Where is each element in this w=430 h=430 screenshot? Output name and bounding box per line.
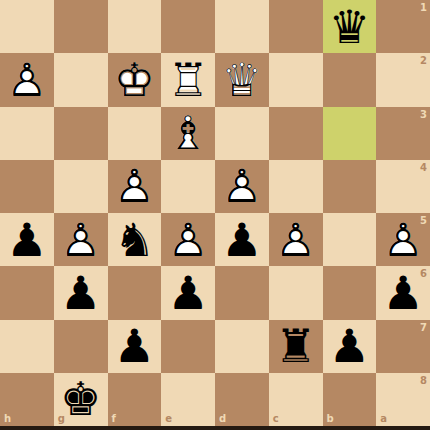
square-h2[interactable]: ♟♙ (0, 53, 54, 106)
rank-label-8: 8 (420, 375, 427, 386)
square-a6[interactable]: ♟6 (376, 266, 430, 319)
square-d6[interactable] (215, 266, 269, 319)
square-f5[interactable]: ♞ (108, 213, 162, 266)
square-e1[interactable] (161, 0, 215, 53)
black-king[interactable]: ♚ (54, 373, 108, 426)
square-g5[interactable]: ♟♙ (54, 213, 108, 266)
rank-label-7: 7 (420, 322, 427, 333)
square-f6[interactable] (108, 266, 162, 319)
black-pawn[interactable]: ♟ (54, 266, 108, 319)
white-king[interactable]: ♚♔ (108, 53, 162, 106)
file-label-c: c (273, 413, 279, 424)
square-g7[interactable] (54, 320, 108, 373)
square-c8[interactable]: c (269, 373, 323, 426)
rank-label-2: 2 (420, 55, 427, 66)
rank-label-3: 3 (420, 109, 427, 120)
square-d8[interactable]: d (215, 373, 269, 426)
square-h3[interactable] (0, 107, 54, 160)
square-g4[interactable] (54, 160, 108, 213)
file-label-f: f (112, 413, 116, 424)
square-a8[interactable]: a8 (376, 373, 430, 426)
rank-label-4: 4 (420, 162, 427, 173)
square-a7[interactable]: 7 (376, 320, 430, 373)
square-c3[interactable] (269, 107, 323, 160)
chess-board: ♛1♟♙♚♔♜♖♛♕2♝♗3♟♙♟♙4♟♟♙♞♟♙♟♟♙♟♙5♟♟♟6♟♜♟7h… (0, 0, 430, 426)
square-a3[interactable]: 3 (376, 107, 430, 160)
file-label-b: b (327, 413, 334, 424)
square-e8[interactable]: e (161, 373, 215, 426)
square-a4[interactable]: 4 (376, 160, 430, 213)
square-e7[interactable] (161, 320, 215, 373)
square-e5[interactable]: ♟♙ (161, 213, 215, 266)
white-pawn[interactable]: ♟♙ (0, 53, 54, 106)
board-bottom-bar (0, 426, 430, 430)
black-queen[interactable]: ♛ (323, 0, 377, 53)
black-pawn[interactable]: ♟ (161, 266, 215, 319)
square-g6[interactable]: ♟ (54, 266, 108, 319)
square-h4[interactable] (0, 160, 54, 213)
square-b8[interactable]: b (323, 373, 377, 426)
file-label-a: a (380, 413, 387, 424)
square-f3[interactable] (108, 107, 162, 160)
file-label-d: d (219, 413, 226, 424)
square-c6[interactable] (269, 266, 323, 319)
square-c5[interactable]: ♟♙ (269, 213, 323, 266)
square-b6[interactable] (323, 266, 377, 319)
square-b1[interactable]: ♛ (323, 0, 377, 53)
square-e6[interactable]: ♟ (161, 266, 215, 319)
square-d3[interactable] (215, 107, 269, 160)
white-bishop[interactable]: ♝♗ (161, 107, 215, 160)
square-e3[interactable]: ♝♗ (161, 107, 215, 160)
square-b4[interactable] (323, 160, 377, 213)
black-pawn[interactable]: ♟ (108, 320, 162, 373)
square-h8[interactable]: h (0, 373, 54, 426)
white-pawn[interactable]: ♟♙ (54, 213, 108, 266)
square-b5[interactable] (323, 213, 377, 266)
white-pawn[interactable]: ♟♙ (161, 213, 215, 266)
square-b3[interactable] (323, 107, 377, 160)
white-pawn[interactable]: ♟♙ (269, 213, 323, 266)
square-c2[interactable] (269, 53, 323, 106)
square-e4[interactable] (161, 160, 215, 213)
square-b2[interactable] (323, 53, 377, 106)
black-pawn[interactable]: ♟ (376, 266, 430, 319)
square-h6[interactable] (0, 266, 54, 319)
square-f7[interactable]: ♟ (108, 320, 162, 373)
square-a5[interactable]: ♟♙5 (376, 213, 430, 266)
square-e2[interactable]: ♜♖ (161, 53, 215, 106)
white-queen[interactable]: ♛♕ (215, 53, 269, 106)
square-a1[interactable]: 1 (376, 0, 430, 53)
square-h7[interactable] (0, 320, 54, 373)
square-b7[interactable]: ♟ (323, 320, 377, 373)
square-g2[interactable] (54, 53, 108, 106)
black-rook[interactable]: ♜ (269, 320, 323, 373)
chess-board-frame: ♛1♟♙♚♔♜♖♛♕2♝♗3♟♙♟♙4♟♟♙♞♟♙♟♟♙♟♙5♟♟♟6♟♜♟7h… (0, 0, 430, 430)
square-f1[interactable] (108, 0, 162, 53)
black-pawn[interactable]: ♟ (215, 213, 269, 266)
square-h5[interactable]: ♟ (0, 213, 54, 266)
square-d4[interactable]: ♟♙ (215, 160, 269, 213)
square-c4[interactable] (269, 160, 323, 213)
square-f4[interactable]: ♟♙ (108, 160, 162, 213)
square-d1[interactable] (215, 0, 269, 53)
rank-label-1: 1 (420, 2, 427, 13)
square-d2[interactable]: ♛♕ (215, 53, 269, 106)
square-h1[interactable] (0, 0, 54, 53)
file-label-h: h (4, 413, 11, 424)
square-g1[interactable] (54, 0, 108, 53)
black-knight[interactable]: ♞ (108, 213, 162, 266)
square-g3[interactable] (54, 107, 108, 160)
black-pawn[interactable]: ♟ (0, 213, 54, 266)
square-c7[interactable]: ♜ (269, 320, 323, 373)
white-pawn[interactable]: ♟♙ (215, 160, 269, 213)
square-a2[interactable]: 2 (376, 53, 430, 106)
square-d5[interactable]: ♟ (215, 213, 269, 266)
square-c1[interactable] (269, 0, 323, 53)
black-pawn[interactable]: ♟ (323, 320, 377, 373)
square-f2[interactable]: ♚♔ (108, 53, 162, 106)
white-pawn[interactable]: ♟♙ (376, 213, 430, 266)
square-f8[interactable]: f (108, 373, 162, 426)
file-label-e: e (165, 413, 172, 424)
white-pawn[interactable]: ♟♙ (108, 160, 162, 213)
square-g8[interactable]: ♚g (54, 373, 108, 426)
white-rook[interactable]: ♜♖ (161, 53, 215, 106)
square-d7[interactable] (215, 320, 269, 373)
